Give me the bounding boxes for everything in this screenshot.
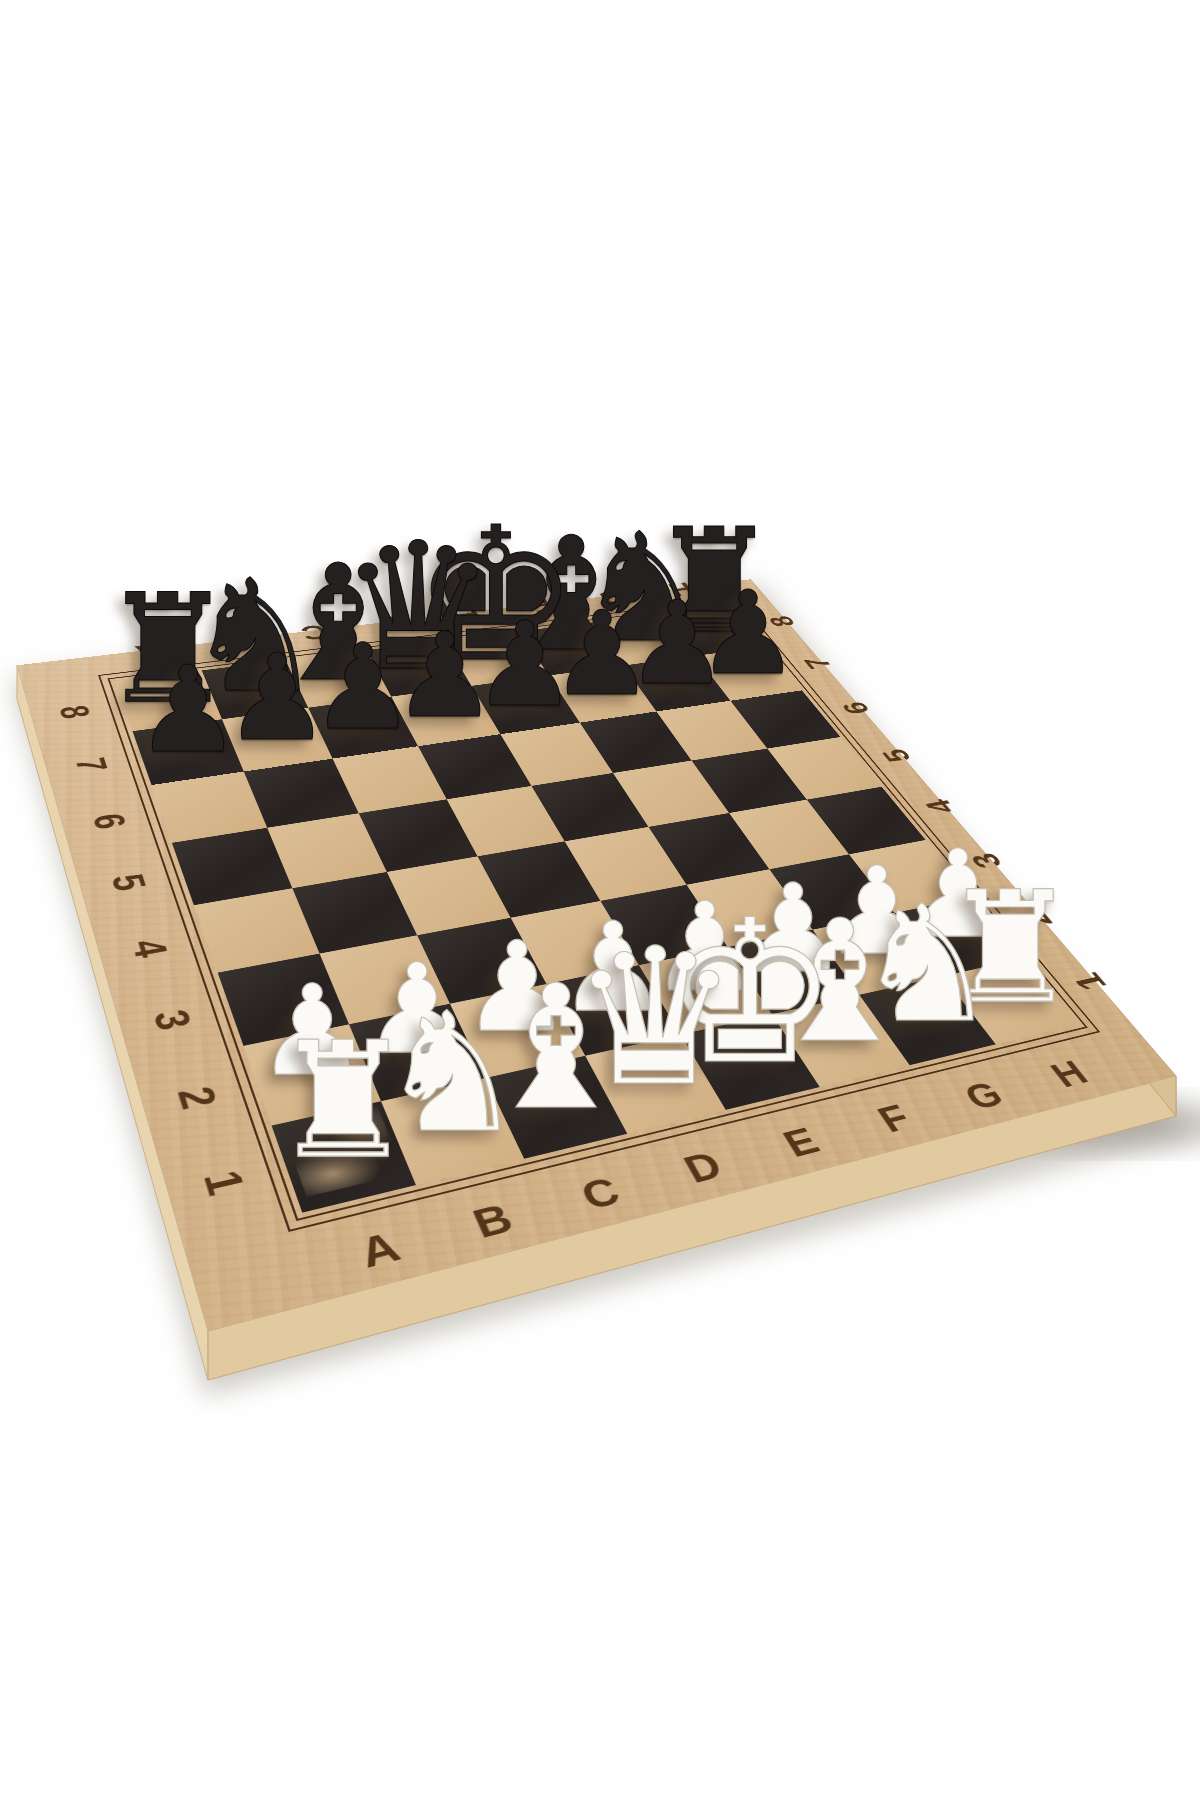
file-label-front-e: E	[776, 1121, 825, 1163]
white-rook-a1[interactable]: ♜	[271, 1021, 414, 1181]
rank-label-left-5: 5	[105, 871, 153, 893]
file-label-front-f: F	[871, 1098, 918, 1138]
file-label-front-h: H	[1043, 1055, 1094, 1093]
rank-label-left-7: 7	[69, 755, 114, 774]
file-label-front-d: D	[677, 1145, 729, 1189]
rank-label-left-8: 8	[53, 703, 96, 720]
file-label-front-c: C	[574, 1170, 626, 1216]
rank-label-left-1: 1	[195, 1166, 252, 1199]
rank-label-left-6: 6	[86, 811, 132, 831]
product-photo-stage: AABBCCDDEEFFGGHH1122334455667788 ♜♞♝♛♚♝♞…	[0, 0, 1200, 1800]
file-label-front-a: A	[354, 1225, 406, 1275]
black-pawn-a7[interactable]: ♟	[135, 651, 242, 770]
file-label-front-g: G	[957, 1075, 1010, 1115]
file-label-front-b: B	[467, 1197, 519, 1245]
rank-label-left-3: 3	[146, 1006, 198, 1033]
rank-label-left-4: 4	[124, 936, 174, 961]
rank-label-left-2: 2	[170, 1083, 225, 1113]
